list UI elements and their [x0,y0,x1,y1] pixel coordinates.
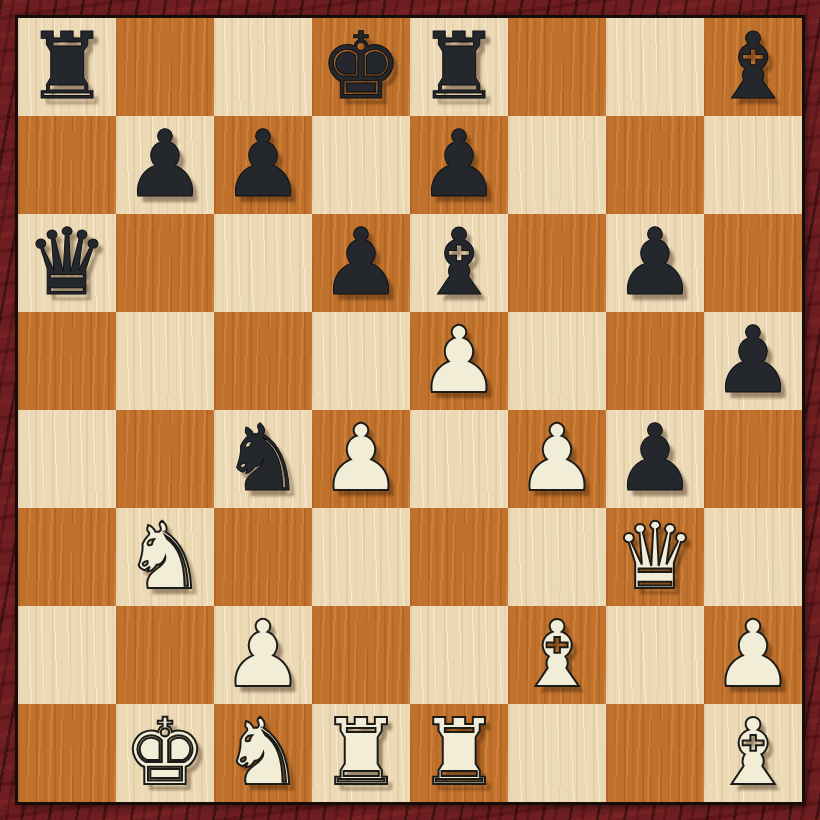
square-c2[interactable]: ♟ [214,606,312,704]
square-b2[interactable] [116,606,214,704]
black-pawn[interactable]: ♟ [312,214,410,312]
black-pawn[interactable]: ♟ [410,116,508,214]
square-a5[interactable] [18,312,116,410]
square-e4[interactable] [410,410,508,508]
white-knight[interactable]: ♞ [116,508,214,606]
square-a8[interactable]: ♜ [18,18,116,116]
square-b1[interactable]: ♚ [116,704,214,802]
chess-board: ♜♚♜♝♟♟♟♛♟♝♟♟♟♞♟♟♟♞♛♟♝♟♚♞♜♜♝ [15,15,805,805]
square-c5[interactable] [214,312,312,410]
square-e6[interactable]: ♝ [410,214,508,312]
square-d2[interactable] [312,606,410,704]
black-bishop[interactable]: ♝ [410,214,508,312]
square-f7[interactable] [508,116,606,214]
square-g3[interactable]: ♛ [606,508,704,606]
square-b6[interactable] [116,214,214,312]
square-d7[interactable] [312,116,410,214]
square-c3[interactable] [214,508,312,606]
square-e2[interactable] [410,606,508,704]
square-d5[interactable] [312,312,410,410]
white-pawn[interactable]: ♟ [312,410,410,508]
square-h6[interactable] [704,214,802,312]
black-queen[interactable]: ♛ [18,214,116,312]
square-c4[interactable]: ♞ [214,410,312,508]
black-rook[interactable]: ♜ [410,18,508,116]
square-b3[interactable]: ♞ [116,508,214,606]
black-rook[interactable]: ♜ [18,18,116,116]
square-h5[interactable]: ♟ [704,312,802,410]
square-g2[interactable] [606,606,704,704]
square-h2[interactable]: ♟ [704,606,802,704]
square-f1[interactable] [508,704,606,802]
white-pawn[interactable]: ♟ [508,410,606,508]
square-d4[interactable]: ♟ [312,410,410,508]
white-knight[interactable]: ♞ [214,704,312,802]
square-d6[interactable]: ♟ [312,214,410,312]
square-h8[interactable]: ♝ [704,18,802,116]
square-c8[interactable] [214,18,312,116]
black-pawn[interactable]: ♟ [606,410,704,508]
square-a6[interactable]: ♛ [18,214,116,312]
black-pawn[interactable]: ♟ [704,312,802,410]
square-h7[interactable] [704,116,802,214]
white-rook[interactable]: ♜ [312,704,410,802]
square-e5[interactable]: ♟ [410,312,508,410]
square-b8[interactable] [116,18,214,116]
white-king[interactable]: ♚ [116,704,214,802]
square-e1[interactable]: ♜ [410,704,508,802]
black-knight[interactable]: ♞ [214,410,312,508]
square-e3[interactable] [410,508,508,606]
square-h1[interactable]: ♝ [704,704,802,802]
square-a4[interactable] [18,410,116,508]
square-e7[interactable]: ♟ [410,116,508,214]
black-pawn[interactable]: ♟ [606,214,704,312]
black-bishop[interactable]: ♝ [704,18,802,116]
square-f3[interactable] [508,508,606,606]
square-h4[interactable] [704,410,802,508]
square-c1[interactable]: ♞ [214,704,312,802]
square-a3[interactable] [18,508,116,606]
square-f2[interactable]: ♝ [508,606,606,704]
white-pawn[interactable]: ♟ [410,312,508,410]
black-pawn[interactable]: ♟ [116,116,214,214]
square-d8[interactable]: ♚ [312,18,410,116]
square-c6[interactable] [214,214,312,312]
square-e8[interactable]: ♜ [410,18,508,116]
black-pawn[interactable]: ♟ [214,116,312,214]
square-f4[interactable]: ♟ [508,410,606,508]
square-g4[interactable]: ♟ [606,410,704,508]
square-a2[interactable] [18,606,116,704]
square-g6[interactable]: ♟ [606,214,704,312]
square-d3[interactable] [312,508,410,606]
white-pawn[interactable]: ♟ [704,606,802,704]
square-g8[interactable] [606,18,704,116]
square-b7[interactable]: ♟ [116,116,214,214]
square-g5[interactable] [606,312,704,410]
board-frame: ♜♚♜♝♟♟♟♛♟♝♟♟♟♞♟♟♟♞♛♟♝♟♚♞♜♜♝ [0,0,820,820]
white-rook[interactable]: ♜ [410,704,508,802]
square-h3[interactable] [704,508,802,606]
white-queen[interactable]: ♛ [606,508,704,606]
square-f8[interactable] [508,18,606,116]
white-bishop[interactable]: ♝ [508,606,606,704]
square-c7[interactable]: ♟ [214,116,312,214]
square-f6[interactable] [508,214,606,312]
square-b5[interactable] [116,312,214,410]
white-bishop[interactable]: ♝ [704,704,802,802]
square-a1[interactable] [18,704,116,802]
white-pawn[interactable]: ♟ [214,606,312,704]
square-d1[interactable]: ♜ [312,704,410,802]
square-g1[interactable] [606,704,704,802]
square-f5[interactable] [508,312,606,410]
square-b4[interactable] [116,410,214,508]
black-king[interactable]: ♚ [312,18,410,116]
square-g7[interactable] [606,116,704,214]
square-a7[interactable] [18,116,116,214]
